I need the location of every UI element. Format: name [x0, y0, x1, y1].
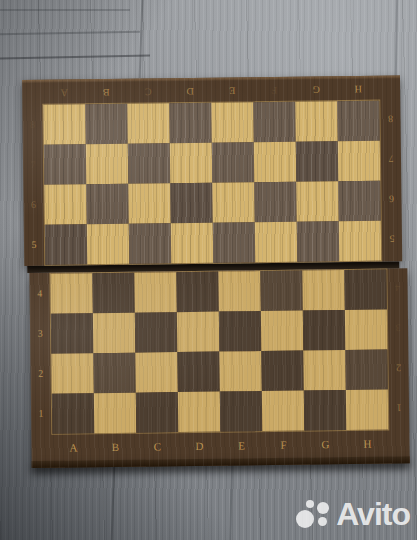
avito-dots-icon: [296, 497, 331, 532]
square-h2-empty: [345, 350, 387, 391]
square-a1-empty: [52, 393, 94, 434]
rank-label-left-2: 2: [30, 353, 50, 393]
square-f1-empty: [262, 391, 304, 432]
rank-label-right-4: 4: [387, 268, 407, 308]
square-b8-empty: [85, 104, 127, 145]
file-label-top-e: E: [211, 80, 253, 102]
file-label-top-a: A: [43, 82, 85, 104]
rank-label-right-7: 7: [381, 139, 401, 179]
rank-labels-top-right-inverted: 8765: [380, 99, 402, 261]
square-e6-empty: [212, 182, 254, 223]
square-a3-empty: [51, 313, 93, 354]
square-h7-empty: [338, 141, 380, 182]
file-label-bottom-f: F: [262, 432, 304, 459]
file-label-bottom-e: E: [220, 432, 262, 459]
square-e7-empty: [212, 142, 254, 183]
square-a8-empty: [43, 104, 85, 145]
rank-labels-bottom-right-inverted: 4321: [387, 268, 409, 430]
file-label-bottom-b: B: [94, 434, 136, 461]
square-g6-empty: [296, 181, 338, 222]
square-h1-empty: [346, 390, 388, 431]
square-h8-empty: [337, 101, 379, 142]
square-g4-empty: [302, 270, 344, 311]
rank-label-right-3: 3: [388, 308, 408, 348]
square-d2-empty: [177, 352, 219, 393]
square-c5-empty: [129, 223, 171, 264]
file-label-top-g: G: [295, 79, 337, 101]
file-label-top-c: C: [127, 81, 169, 103]
square-b4-empty: [92, 273, 134, 314]
square-d6-empty: [170, 183, 212, 224]
square-g1-empty: [304, 390, 346, 431]
avito-watermark-text: Avito: [336, 497, 410, 532]
square-h5-empty: [339, 221, 381, 262]
square-c1-empty: [136, 392, 178, 433]
square-e1-empty: [220, 391, 262, 432]
rank-label-left-6: 6: [23, 184, 43, 224]
square-e8-empty: [211, 102, 253, 143]
file-label-bottom-a: A: [52, 434, 94, 461]
square-h4-empty: [344, 270, 386, 311]
square-d7-empty: [170, 143, 212, 184]
square-f2-empty: [261, 351, 303, 392]
square-c4-empty: [134, 272, 176, 313]
rank-labels-top-left: 8765: [22, 104, 44, 266]
file-labels-top-inverted: ABCDEFGH: [43, 78, 400, 103]
photo-scene: ABCDEFGH 8765 8765 4321 4321 ABCDEFGH Av…: [0, 0, 417, 540]
rank-label-right-8: 8: [380, 99, 400, 139]
square-d1-empty: [178, 392, 220, 433]
file-label-bottom-g: G: [304, 431, 346, 458]
file-label-top-f: F: [253, 80, 295, 102]
folding-chessboard: ABCDEFGH 8765 8765 4321 4321 ABCDEFGH: [22, 75, 405, 468]
square-f8-empty: [253, 102, 295, 143]
file-label-top-h: H: [337, 79, 379, 101]
square-b2-empty: [93, 353, 135, 394]
file-labels-bottom: ABCDEFGH: [52, 430, 409, 460]
file-label-top-d: D: [169, 81, 211, 103]
square-g8-empty: [295, 101, 337, 142]
file-label-top-b: B: [85, 82, 127, 104]
square-a2-empty: [51, 353, 93, 394]
square-d8-empty: [169, 103, 211, 144]
square-f6-empty: [254, 182, 296, 223]
rank-label-right-5: 5: [382, 219, 402, 259]
square-f3-empty: [261, 311, 303, 352]
rank-label-right-1: 1: [389, 388, 409, 428]
square-h6-empty: [338, 181, 380, 222]
square-e4-empty: [218, 271, 260, 312]
square-c8-empty: [127, 103, 169, 144]
square-a5-empty: [45, 224, 87, 265]
rank-label-left-8: 8: [22, 104, 42, 144]
board-grid-ranks-8-5: [42, 100, 382, 266]
square-e2-empty: [219, 351, 261, 392]
file-label-bottom-h: H: [346, 431, 388, 458]
square-g3-empty: [303, 310, 345, 351]
square-f4-empty: [260, 271, 302, 312]
file-label-bottom-c: C: [136, 433, 178, 460]
square-b7-empty: [86, 144, 128, 185]
rank-label-left-1: 1: [31, 393, 51, 433]
square-f5-empty: [255, 222, 297, 263]
square-a4-empty: [50, 273, 92, 314]
floor-seam: [0, 9, 130, 11]
square-b5-empty: [87, 224, 129, 265]
rank-label-left-7: 7: [23, 144, 43, 184]
file-label-bottom-d: D: [178, 433, 220, 460]
square-e5-empty: [213, 222, 255, 263]
square-b1-empty: [94, 393, 136, 434]
avito-watermark: Avito: [296, 497, 410, 532]
square-g7-empty: [296, 141, 338, 182]
square-b3-empty: [93, 313, 135, 354]
square-b6-empty: [86, 184, 128, 225]
square-d3-empty: [177, 312, 219, 353]
square-a7-empty: [44, 144, 86, 185]
square-c7-empty: [128, 143, 170, 184]
rank-label-left-3: 3: [30, 313, 50, 353]
rank-label-right-2: 2: [388, 348, 408, 388]
board-top-half: ABCDEFGH 8765 8765: [22, 75, 402, 266]
square-a6-empty: [44, 184, 86, 225]
square-g5-empty: [297, 221, 339, 262]
board-grid-ranks-4-1: [49, 269, 389, 435]
square-c3-empty: [135, 312, 177, 353]
rank-label-left-4: 4: [29, 273, 49, 313]
square-c6-empty: [128, 183, 170, 224]
square-e3-empty: [219, 311, 261, 352]
square-h3-empty: [345, 310, 387, 351]
square-d5-empty: [171, 223, 213, 264]
square-g2-empty: [303, 350, 345, 391]
square-f7-empty: [254, 142, 296, 183]
square-c2-empty: [135, 352, 177, 393]
rank-labels-bottom-left: 4321: [29, 273, 51, 435]
rank-label-right-6: 6: [381, 179, 401, 219]
square-d4-empty: [176, 272, 218, 313]
rank-label-left-5: 5: [24, 224, 44, 264]
board-bottom-half: 4321 4321 ABCDEFGH: [29, 268, 409, 468]
